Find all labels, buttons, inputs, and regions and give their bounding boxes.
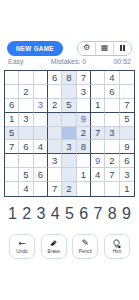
cell-r7c4[interactable]: 3	[48, 154, 62, 168]
cell-r8c8[interactable]: 7	[105, 168, 119, 182]
cell-r5c1[interactable]: 5	[5, 127, 19, 141]
cell-r6c7[interactable]	[91, 140, 105, 154]
undo-button[interactable]: ← Undo	[9, 234, 35, 259]
numpad-digit-6[interactable]: 6	[79, 204, 88, 223]
cell-r2c3[interactable]	[34, 85, 48, 99]
cell-r1c5[interactable]: 8	[62, 71, 76, 85]
cell-r5c3[interactable]	[34, 127, 48, 141]
sudoku-app-screen: NEW GAME ⚙ ▦ Easy Mistakes: 0 00:52 6874…	[0, 0, 139, 300]
cell-r9c8[interactable]	[105, 182, 119, 196]
cell-r3c3[interactable]: 3	[34, 99, 48, 113]
cell-r3c4[interactable]: 2	[48, 99, 62, 113]
numpad-digit-2[interactable]: 2	[22, 204, 31, 223]
cell-r5c7[interactable]: 7	[91, 127, 105, 141]
cell-r1c9[interactable]	[120, 71, 134, 85]
undo-arrow-icon: ←	[18, 239, 26, 249]
cell-r9c5[interactable]: 2	[62, 182, 76, 196]
cell-r7c5[interactable]	[62, 154, 76, 168]
cell-r2c6[interactable]: 3	[77, 85, 91, 99]
cell-r2c8[interactable]: 6	[105, 85, 119, 99]
cell-r4c2[interactable]: 3	[19, 113, 33, 127]
cell-r6c6[interactable]: 8	[77, 140, 91, 154]
cell-r2c4[interactable]	[48, 85, 62, 99]
cell-r2c1[interactable]	[5, 85, 19, 99]
cell-r7c8[interactable]: 2	[105, 154, 119, 168]
cell-r7c1[interactable]	[5, 154, 19, 168]
cell-r6c1[interactable]: 7	[5, 140, 19, 154]
cell-r1c2[interactable]	[19, 71, 33, 85]
toolbar: ← Undo Erase ✎ Pencil Hint	[0, 234, 139, 259]
cell-r7c6[interactable]	[77, 154, 91, 168]
cell-r7c3[interactable]	[34, 154, 48, 168]
cell-r3c5[interactable]: 5	[62, 99, 76, 113]
cell-r3c2[interactable]	[19, 99, 33, 113]
cell-r1c3[interactable]	[34, 71, 48, 85]
cell-r1c1[interactable]	[5, 71, 19, 85]
calendar-icon: ▦	[101, 44, 109, 52]
cell-r4c1[interactable]: 1	[5, 113, 19, 127]
cell-r6c2[interactable]: 6	[19, 140, 33, 154]
cell-r6c5[interactable]: 3	[62, 140, 76, 154]
cell-r4c6[interactable]: 9	[77, 113, 91, 127]
cell-r9c4[interactable]: 7	[48, 182, 62, 196]
cell-r5c2[interactable]	[19, 127, 33, 141]
cell-r7c7[interactable]: 9	[91, 154, 105, 168]
cell-r8c1[interactable]	[5, 168, 19, 182]
header-bar: NEW GAME ⚙ ▦	[0, 40, 139, 56]
cell-r8c2[interactable]: 5	[19, 168, 33, 182]
cell-r2c9[interactable]	[120, 85, 134, 99]
cell-r2c7[interactable]	[91, 85, 105, 99]
cell-r7c2[interactable]	[19, 154, 33, 168]
pause-icon	[119, 45, 125, 51]
gear-icon: ⚙	[83, 44, 90, 52]
cell-r3c6[interactable]	[77, 99, 91, 113]
cell-r9c7[interactable]	[91, 182, 105, 196]
eraser-icon	[49, 239, 58, 249]
numpad-digit-9[interactable]: 9	[122, 204, 131, 223]
cell-r1c4[interactable]: 6	[48, 71, 62, 85]
cell-r1c8[interactable]: 4	[105, 71, 119, 85]
lightbulb-icon	[112, 239, 121, 249]
hint-button[interactable]: Hint	[104, 234, 130, 259]
cell-r8c5[interactable]	[62, 168, 76, 182]
cell-r1c7[interactable]	[91, 71, 105, 85]
cell-r9c3[interactable]	[34, 182, 48, 196]
cell-r8c4[interactable]	[48, 168, 62, 182]
cell-r8c7[interactable]: 4	[91, 168, 105, 182]
cell-r4c4[interactable]	[48, 113, 62, 127]
cell-r7c9[interactable]: 6	[120, 154, 134, 168]
pencil-button[interactable]: ✎ Pencil	[72, 234, 98, 259]
cell-r6c3[interactable]: 4	[34, 140, 48, 154]
cell-r4c8[interactable]	[105, 113, 119, 127]
cell-r2c5[interactable]	[62, 85, 76, 99]
header-icon-group: ⚙ ▦	[77, 41, 132, 56]
difficulty-label: Easy	[8, 58, 24, 65]
cell-r1c6[interactable]: 7	[77, 71, 91, 85]
cell-r4c9[interactable]: 5	[120, 113, 134, 127]
pause-button[interactable]	[113, 42, 131, 55]
number-pad: 123456789	[0, 204, 139, 223]
cell-r5c5[interactable]	[62, 127, 76, 141]
cell-r3c7[interactable]: 1	[91, 99, 105, 113]
cell-r3c1[interactable]: 6	[5, 99, 19, 113]
cell-r4c5[interactable]	[62, 113, 76, 127]
numpad-digit-3[interactable]: 3	[37, 204, 46, 223]
cell-r6c4[interactable]	[48, 140, 62, 154]
cell-r4c3[interactable]	[34, 113, 48, 127]
timer: 00:52	[113, 58, 131, 65]
numpad-digit-5[interactable]: 5	[65, 204, 74, 223]
numpad-digit-4[interactable]: 4	[51, 204, 60, 223]
cell-r8c3[interactable]: 6	[34, 168, 48, 182]
cell-r8c9[interactable]: 3	[120, 168, 134, 182]
cell-r6c9[interactable]: 9	[120, 140, 134, 154]
numpad-digit-1[interactable]: 1	[8, 204, 17, 223]
sudoku-grid: 6874236632517139552737643893926561473472…	[4, 70, 135, 197]
numpad-digit-7[interactable]: 7	[94, 204, 103, 223]
cell-r5c8[interactable]: 3	[105, 127, 119, 141]
pencil-icon: ✎	[82, 239, 90, 249]
cell-r5c9[interactable]	[120, 127, 134, 141]
cell-r5c4[interactable]	[48, 127, 62, 141]
daily-challenge-button[interactable]: ▦	[95, 42, 113, 55]
cell-r3c8[interactable]	[105, 99, 119, 113]
new-game-button[interactable]: NEW GAME	[7, 41, 63, 56]
cell-r9c6[interactable]	[77, 182, 91, 196]
cell-r3c9[interactable]: 7	[120, 99, 134, 113]
erase-button[interactable]: Erase	[41, 234, 67, 259]
settings-button[interactable]: ⚙	[78, 42, 95, 55]
mistakes-counter: Mistakes: 0	[51, 58, 86, 65]
cell-r6c8[interactable]	[105, 140, 119, 154]
numpad-digit-8[interactable]: 8	[108, 204, 117, 223]
cell-r4c7[interactable]	[91, 113, 105, 127]
cell-r8c6[interactable]: 1	[77, 168, 91, 182]
status-row: Easy Mistakes: 0 00:52	[0, 58, 139, 65]
cell-r2c2[interactable]: 2	[19, 85, 33, 99]
cell-r9c9[interactable]: 1	[120, 182, 134, 196]
cell-r9c1[interactable]	[5, 182, 19, 196]
cell-r9c2[interactable]: 4	[19, 182, 33, 196]
cell-r5c6[interactable]: 2	[77, 127, 91, 141]
